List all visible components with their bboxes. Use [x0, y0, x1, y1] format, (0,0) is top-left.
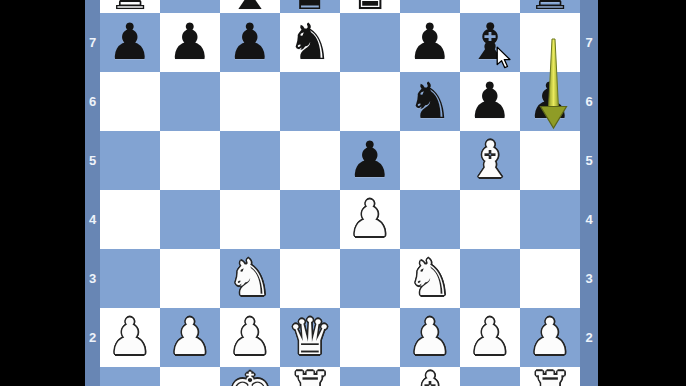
piece-black-pawn[interactable]: ♟ [520, 72, 580, 131]
square-f5[interactable] [400, 131, 460, 190]
piece-black-rook[interactable]: ♜ [520, 0, 580, 13]
piece-white-bishop[interactable]: ♝ [400, 367, 460, 386]
piece-white-queen[interactable]: ♛ [280, 308, 340, 367]
piece-black-pawn[interactable]: ♟ [460, 72, 520, 131]
board: ♜♝♛♚♜♟♟♟♞♟♝♞♟♟♟♝♟♞♞♟♟♟♛♟♟♟♚♜♝♜ [100, 0, 580, 386]
piece-black-king[interactable]: ♚ [340, 0, 400, 13]
square-e3[interactable] [340, 249, 400, 308]
square-e4[interactable]: ♟ [340, 190, 400, 249]
square-g7[interactable]: ♝ [460, 13, 520, 72]
square-a5[interactable] [100, 131, 160, 190]
rank-strip-left: 765432 [85, 0, 100, 386]
piece-white-bishop[interactable]: ♝ [460, 131, 520, 190]
piece-black-pawn[interactable]: ♟ [160, 13, 220, 72]
square-h3[interactable] [520, 249, 580, 308]
square-h8[interactable]: ♜ [520, 0, 580, 13]
square-b4[interactable] [160, 190, 220, 249]
rank-label-5: 5 [580, 131, 598, 190]
square-h6[interactable]: ♟ [520, 72, 580, 131]
piece-white-pawn[interactable]: ♟ [220, 308, 280, 367]
square-g2[interactable]: ♟ [460, 308, 520, 367]
piece-white-pawn[interactable]: ♟ [340, 190, 400, 249]
piece-black-knight[interactable]: ♞ [280, 13, 340, 72]
square-e7[interactable] [340, 13, 400, 72]
square-f7[interactable]: ♟ [400, 13, 460, 72]
square-g5[interactable]: ♝ [460, 131, 520, 190]
square-d8[interactable]: ♛ [280, 0, 340, 13]
square-f1[interactable]: ♝ [400, 367, 460, 386]
piece-black-queen[interactable]: ♛ [280, 0, 340, 13]
piece-white-rook[interactable]: ♜ [520, 367, 580, 386]
square-d3[interactable] [280, 249, 340, 308]
piece-white-pawn[interactable]: ♟ [100, 308, 160, 367]
square-a1[interactable] [100, 367, 160, 386]
piece-black-bishop[interactable]: ♝ [220, 0, 280, 13]
square-h4[interactable] [520, 190, 580, 249]
square-f8[interactable] [400, 0, 460, 13]
square-g3[interactable] [460, 249, 520, 308]
square-b2[interactable]: ♟ [160, 308, 220, 367]
piece-white-knight[interactable]: ♞ [220, 249, 280, 308]
square-g4[interactable] [460, 190, 520, 249]
square-b7[interactable]: ♟ [160, 13, 220, 72]
piece-white-pawn[interactable]: ♟ [400, 308, 460, 367]
square-c5[interactable] [220, 131, 280, 190]
square-g8[interactable] [460, 0, 520, 13]
square-b1[interactable] [160, 367, 220, 386]
rank-label-7: 7 [580, 13, 598, 72]
square-a6[interactable] [100, 72, 160, 131]
piece-white-pawn[interactable]: ♟ [520, 308, 580, 367]
square-f6[interactable]: ♞ [400, 72, 460, 131]
piece-white-king[interactable]: ♚ [220, 367, 280, 386]
rank-label-2: 2 [580, 308, 598, 367]
square-h1[interactable]: ♜ [520, 367, 580, 386]
rank-label-3: 3 [580, 249, 598, 308]
square-a7[interactable]: ♟ [100, 13, 160, 72]
rank-label-6: 6 [85, 72, 100, 131]
square-b3[interactable] [160, 249, 220, 308]
piece-white-rook[interactable]: ♜ [280, 367, 340, 386]
piece-white-pawn[interactable]: ♟ [160, 308, 220, 367]
chessboard-panel: 765432 ♜♝♛♚♜♟♟♟♞♟♝♞♟♟♟♝♟♞♞♟♟♟♛♟♟♟♚♜♝♜ 76… [85, 0, 598, 386]
square-a3[interactable] [100, 249, 160, 308]
square-g6[interactable]: ♟ [460, 72, 520, 131]
square-b6[interactable] [160, 72, 220, 131]
rank-label-3: 3 [85, 249, 100, 308]
piece-black-knight[interactable]: ♞ [400, 72, 460, 131]
square-a4[interactable] [100, 190, 160, 249]
square-h2[interactable]: ♟ [520, 308, 580, 367]
piece-black-pawn[interactable]: ♟ [400, 13, 460, 72]
rank-strip-right: 765432 [580, 0, 598, 386]
square-c2[interactable]: ♟ [220, 308, 280, 367]
square-a8[interactable]: ♜ [100, 0, 160, 13]
piece-white-knight[interactable]: ♞ [400, 249, 460, 308]
square-g1[interactable] [460, 367, 520, 386]
rank-label-6: 6 [580, 72, 598, 131]
square-e6[interactable] [340, 72, 400, 131]
rank-label-7: 7 [85, 13, 100, 72]
square-e2[interactable] [340, 308, 400, 367]
square-d7[interactable]: ♞ [280, 13, 340, 72]
square-b5[interactable] [160, 131, 220, 190]
piece-black-pawn[interactable]: ♟ [340, 131, 400, 190]
piece-black-pawn[interactable]: ♟ [100, 13, 160, 72]
piece-white-pawn[interactable]: ♟ [460, 308, 520, 367]
square-e1[interactable] [340, 367, 400, 386]
square-d6[interactable] [280, 72, 340, 131]
square-a2[interactable]: ♟ [100, 308, 160, 367]
square-h7[interactable] [520, 13, 580, 72]
square-b8[interactable] [160, 0, 220, 13]
square-d1[interactable]: ♜ [280, 367, 340, 386]
square-e5[interactable]: ♟ [340, 131, 400, 190]
square-d2[interactable]: ♛ [280, 308, 340, 367]
square-c1[interactable]: ♚ [220, 367, 280, 386]
square-c3[interactable]: ♞ [220, 249, 280, 308]
rank-label-4: 4 [85, 190, 100, 249]
square-f4[interactable] [400, 190, 460, 249]
square-e8[interactable]: ♚ [340, 0, 400, 13]
square-d5[interactable] [280, 131, 340, 190]
piece-black-rook[interactable]: ♜ [100, 0, 160, 13]
video-frame: 765432 ♜♝♛♚♜♟♟♟♞♟♝♞♟♟♟♝♟♞♞♟♟♟♛♟♟♟♚♜♝♜ 76… [0, 0, 686, 386]
square-f3[interactable]: ♞ [400, 249, 460, 308]
square-c7[interactable]: ♟ [220, 13, 280, 72]
rank-label-4: 4 [580, 190, 598, 249]
square-c8[interactable]: ♝ [220, 0, 280, 13]
square-c6[interactable] [220, 72, 280, 131]
square-f2[interactable]: ♟ [400, 308, 460, 367]
square-d4[interactable] [280, 190, 340, 249]
square-c4[interactable] [220, 190, 280, 249]
piece-black-bishop[interactable]: ♝ [460, 13, 520, 72]
piece-black-pawn[interactable]: ♟ [220, 13, 280, 72]
rank-label-2: 2 [85, 308, 100, 367]
square-h5[interactable] [520, 131, 580, 190]
rank-label-5: 5 [85, 131, 100, 190]
